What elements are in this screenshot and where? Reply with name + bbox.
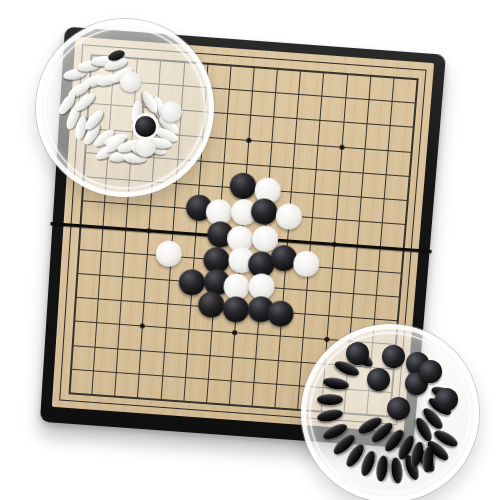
white-stone[interactable] — [275, 203, 303, 231]
black-stone-on-edge[interactable] — [390, 456, 404, 483]
black-stone-on-edge[interactable] — [322, 375, 350, 390]
white-stone[interactable] — [120, 71, 141, 92]
white-stone[interactable] — [161, 101, 182, 122]
black-stone[interactable] — [367, 368, 390, 391]
black-stone[interactable] — [435, 388, 458, 411]
white-stone[interactable] — [293, 250, 321, 278]
black-stone[interactable] — [419, 360, 442, 383]
black-stone[interactable] — [229, 172, 257, 200]
black-stone[interactable] — [178, 268, 206, 296]
black-stone-tray[interactable] — [301, 324, 479, 500]
black-stone[interactable] — [250, 198, 278, 226]
black-stone-on-edge[interactable] — [316, 407, 344, 423]
black-stone[interactable] — [387, 397, 410, 420]
white-stone[interactable] — [135, 136, 156, 157]
white-stone-tray[interactable] — [36, 19, 214, 197]
black-stone[interactable] — [135, 116, 156, 137]
black-stone[interactable] — [346, 342, 369, 365]
black-stone-on-edge[interactable] — [375, 454, 390, 481]
black-stone-on-edge[interactable] — [317, 394, 343, 405]
black-stone[interactable] — [197, 291, 225, 319]
black-stone[interactable] — [382, 345, 405, 368]
black-stone[interactable] — [267, 300, 295, 328]
product-photo-scene — [0, 0, 500, 500]
black-stone[interactable] — [222, 296, 250, 324]
white-stone[interactable] — [155, 240, 183, 268]
